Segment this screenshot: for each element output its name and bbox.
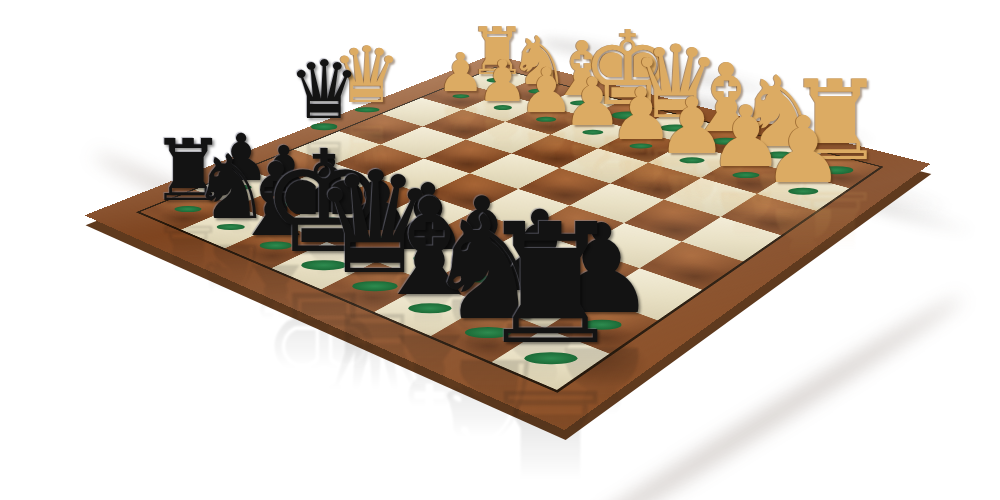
reflection-white-pawn: ♟ bbox=[762, 195, 845, 287]
piece-black-rook-a8: ♜ bbox=[476, 202, 625, 368]
product-photo-scene: ♜♜♞♞♝♝♛♛♚♚♝♝♞♞♜♜♟♟♟♟♟♟♟♟♟♟♟♟♟♟♟♟♟♟♟♟♟♟♟♟… bbox=[0, 0, 1000, 500]
reflection-black-rook: ♜ bbox=[476, 365, 625, 500]
piece-white-pawn-a2: ♟ bbox=[762, 104, 845, 196]
piece-black-queen-extra: ♛ bbox=[288, 51, 360, 132]
pieces-layer: ♜♜♞♞♝♝♛♛♚♚♝♝♞♞♜♜♟♟♟♟♟♟♟♟♟♟♟♟♟♟♟♟♟♟♟♟♟♟♟♟… bbox=[0, 0, 1000, 500]
